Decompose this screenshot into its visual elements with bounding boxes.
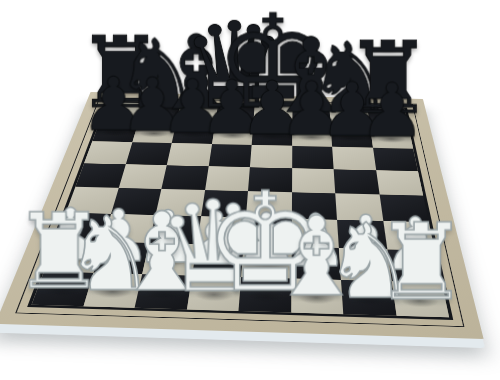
square-h5[interactable] (376, 170, 423, 195)
board-surface: ♜♞♝♛♚♝♞♜♟♟♟♟♟♟♟♟♟♟♟♟♟♟♟♟♜♞♝♛♚♝♞♜ (0, 92, 484, 339)
square-h1[interactable]: ♜ (391, 281, 449, 317)
square-h6[interactable] (373, 148, 418, 171)
black-pawn[interactable]: ♟ (359, 77, 426, 145)
square-g5[interactable] (334, 169, 379, 194)
photo-canvas: ♜♞♝♛♚♝♞♜♟♟♟♟♟♟♟♟♟♟♟♟♟♟♟♟♜♞♝♛♚♝♞♜ (0, 0, 500, 380)
square-c6[interactable] (167, 143, 212, 166)
square-h7[interactable]: ♟ (370, 127, 413, 149)
white-rook[interactable]: ♜ (374, 214, 469, 311)
square-a5[interactable] (75, 163, 125, 188)
chess-board: ♜♞♝♛♚♝♞♜♟♟♟♟♟♟♟♟♟♟♟♟♟♟♟♟♜♞♝♛♚♝♞♜ (0, 92, 484, 339)
square-b6[interactable] (125, 142, 171, 165)
square-g6[interactable] (332, 147, 376, 170)
board-grid: ♜♞♝♛♚♝♞♜♟♟♟♟♟♟♟♟♟♟♟♟♟♟♟♟♜♞♝♛♚♝♞♜ (27, 101, 453, 320)
square-a6[interactable] (84, 141, 132, 164)
board-scene: ♜♞♝♛♚♝♞♜♟♟♟♟♟♟♟♟♟♟♟♟♟♟♟♟♜♞♝♛♚♝♞♜ (0, 0, 500, 380)
